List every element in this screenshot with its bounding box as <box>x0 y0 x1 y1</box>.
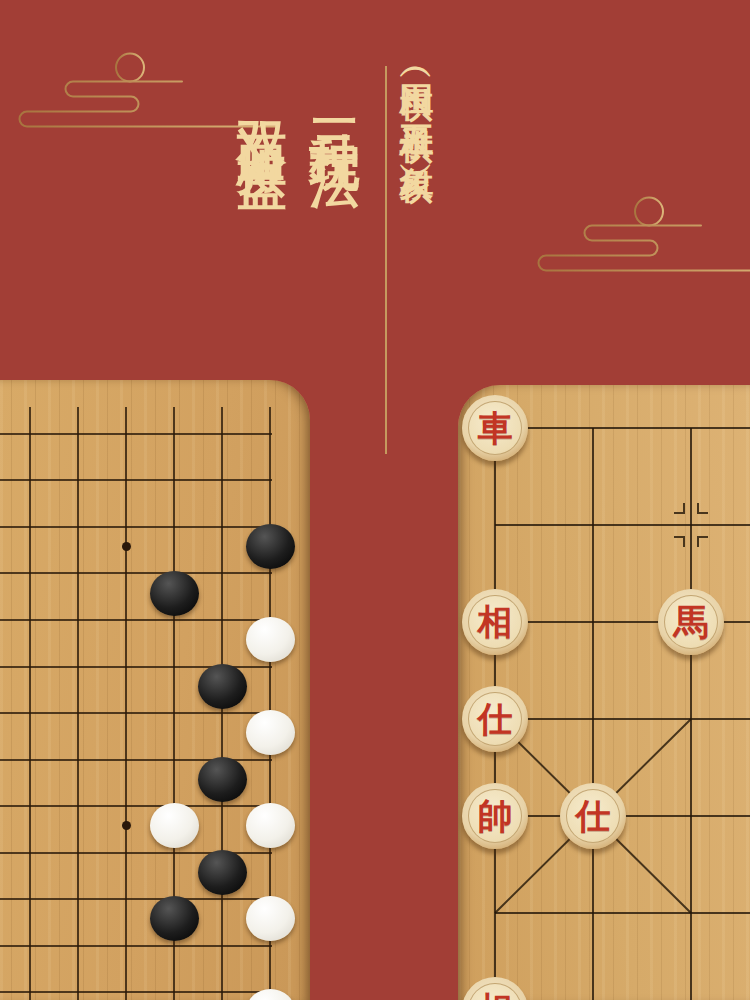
piece-face: 相 <box>468 595 522 649</box>
xiangqi-piece: 相 <box>462 589 528 655</box>
white-go-stone <box>246 617 295 662</box>
vertical-divider-line <box>385 66 387 454</box>
piece-face: 帥 <box>468 789 522 843</box>
star-point <box>122 542 131 551</box>
piece-face: 仕 <box>468 692 522 746</box>
go-board <box>0 380 310 1000</box>
main-title: 双面棋盘 <box>237 82 287 134</box>
piece-face: 車 <box>468 401 522 455</box>
sub-title: 三种玩法 <box>310 80 360 132</box>
xiangqi-piece: 帥 <box>462 783 528 849</box>
cloud-icon <box>535 194 750 274</box>
piece-character: 仕 <box>478 696 513 743</box>
star-point <box>122 821 131 830</box>
piece-character: 車 <box>478 405 513 452</box>
white-go-stone <box>246 896 295 941</box>
piece-character: 相 <box>478 599 513 646</box>
piece-character: 仕 <box>576 793 611 840</box>
black-go-stone <box>198 850 247 895</box>
white-go-stone <box>246 710 295 755</box>
piece-character: 帥 <box>478 793 513 840</box>
piece-face: 相 <box>468 983 522 1000</box>
black-go-stone <box>246 524 295 569</box>
xiangqi-piece: 仕 <box>560 783 626 849</box>
xiangqi-piece: 仕 <box>462 686 528 752</box>
piece-face: 仕 <box>566 789 620 843</box>
xiangqi-piece: 馬 <box>658 589 724 655</box>
xiangqi-board: 車相馬仕帥仕相 <box>458 385 750 1000</box>
piece-character: 相 <box>478 987 513 1000</box>
product-banner: { "page": { "background_color": "#a23e36… <box>0 0 750 1000</box>
black-go-stone <box>150 896 199 941</box>
black-go-stone <box>198 664 247 709</box>
white-go-stone <box>246 803 295 848</box>
white-go-stone <box>150 803 199 848</box>
piece-character: 馬 <box>674 599 709 646</box>
games-list-text: （围棋＼五子棋＼象棋） <box>400 56 434 146</box>
black-go-stone <box>198 757 247 802</box>
xiangqi-piece: 車 <box>462 395 528 461</box>
piece-face: 馬 <box>664 595 718 649</box>
black-go-stone <box>150 571 199 616</box>
